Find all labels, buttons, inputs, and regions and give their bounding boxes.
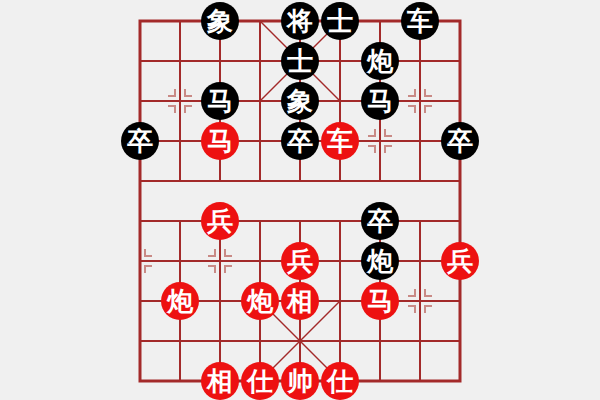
- piece-red-general[interactable]: 帅: [280, 361, 320, 400]
- piece-black-horse[interactable]: 马: [200, 81, 240, 121]
- black-horse-glyph: 马: [361, 82, 399, 120]
- piece-red-soldier[interactable]: 兵: [200, 201, 240, 241]
- red-soldier-glyph: 兵: [201, 202, 239, 240]
- piece-black-cannon[interactable]: 炮: [360, 241, 400, 281]
- piece-black-general[interactable]: 将: [280, 1, 320, 41]
- piece-black-soldier[interactable]: 卒: [360, 201, 400, 241]
- black-elephant-glyph: 象: [281, 82, 319, 120]
- piece-black-advisor[interactable]: 士: [320, 1, 360, 41]
- piece-black-soldier[interactable]: 卒: [120, 121, 160, 161]
- red-chariot-glyph: 车: [321, 122, 359, 160]
- piece-black-horse[interactable]: 马: [360, 81, 400, 121]
- piece-red-soldier[interactable]: 兵: [440, 241, 480, 281]
- piece-red-horse[interactable]: 马: [360, 281, 400, 321]
- black-soldier-glyph: 卒: [121, 122, 159, 160]
- red-elephant-glyph: 相: [201, 362, 239, 400]
- piece-black-cannon[interactable]: 炮: [360, 41, 400, 81]
- black-horse-glyph: 马: [201, 82, 239, 120]
- red-cannon-glyph: 炮: [161, 282, 199, 320]
- red-horse-glyph: 马: [201, 122, 239, 160]
- red-cannon-glyph: 炮: [241, 282, 279, 320]
- piece-red-chariot[interactable]: 车: [320, 121, 360, 161]
- xiangqi-board-pieces: 象将士车士炮马象马卒马卒车卒兵卒兵炮兵炮炮相马相仕帅仕: [120, 1, 480, 400]
- piece-red-advisor[interactable]: 仕: [320, 361, 360, 400]
- red-soldier-glyph: 兵: [281, 242, 319, 280]
- red-horse-glyph: 马: [361, 282, 399, 320]
- red-general-glyph: 帅: [281, 362, 319, 400]
- piece-red-elephant[interactable]: 相: [200, 361, 240, 400]
- red-advisor-glyph: 仕: [241, 362, 279, 400]
- xiangqi-app: 象将士车士炮马象马卒马卒车卒兵卒兵炮兵炮炮相马相仕帅仕: [0, 0, 600, 400]
- black-general-glyph: 将: [281, 2, 319, 40]
- piece-black-elephant[interactable]: 象: [280, 81, 320, 121]
- piece-black-advisor[interactable]: 士: [280, 41, 320, 81]
- piece-black-soldier[interactable]: 卒: [280, 121, 320, 161]
- piece-black-chariot[interactable]: 车: [400, 1, 440, 41]
- black-elephant-glyph: 象: [201, 2, 239, 40]
- piece-red-elephant[interactable]: 相: [280, 281, 320, 321]
- piece-red-soldier[interactable]: 兵: [280, 241, 320, 281]
- black-cannon-glyph: 炮: [361, 242, 399, 280]
- piece-black-soldier[interactable]: 卒: [440, 121, 480, 161]
- piece-red-advisor[interactable]: 仕: [240, 361, 280, 400]
- piece-black-elephant[interactable]: 象: [200, 1, 240, 41]
- piece-red-cannon[interactable]: 炮: [160, 281, 200, 321]
- black-soldier-glyph: 卒: [361, 202, 399, 240]
- red-advisor-glyph: 仕: [321, 362, 359, 400]
- red-soldier-glyph: 兵: [441, 242, 479, 280]
- piece-red-horse[interactable]: 马: [200, 121, 240, 161]
- black-cannon-glyph: 炮: [361, 42, 399, 80]
- black-advisor-glyph: 士: [281, 42, 319, 80]
- black-soldier-glyph: 卒: [281, 122, 319, 160]
- red-elephant-glyph: 相: [281, 282, 319, 320]
- black-soldier-glyph: 卒: [441, 122, 479, 160]
- black-advisor-glyph: 士: [321, 2, 359, 40]
- piece-red-cannon[interactable]: 炮: [240, 281, 280, 321]
- black-chariot-glyph: 车: [401, 2, 439, 40]
